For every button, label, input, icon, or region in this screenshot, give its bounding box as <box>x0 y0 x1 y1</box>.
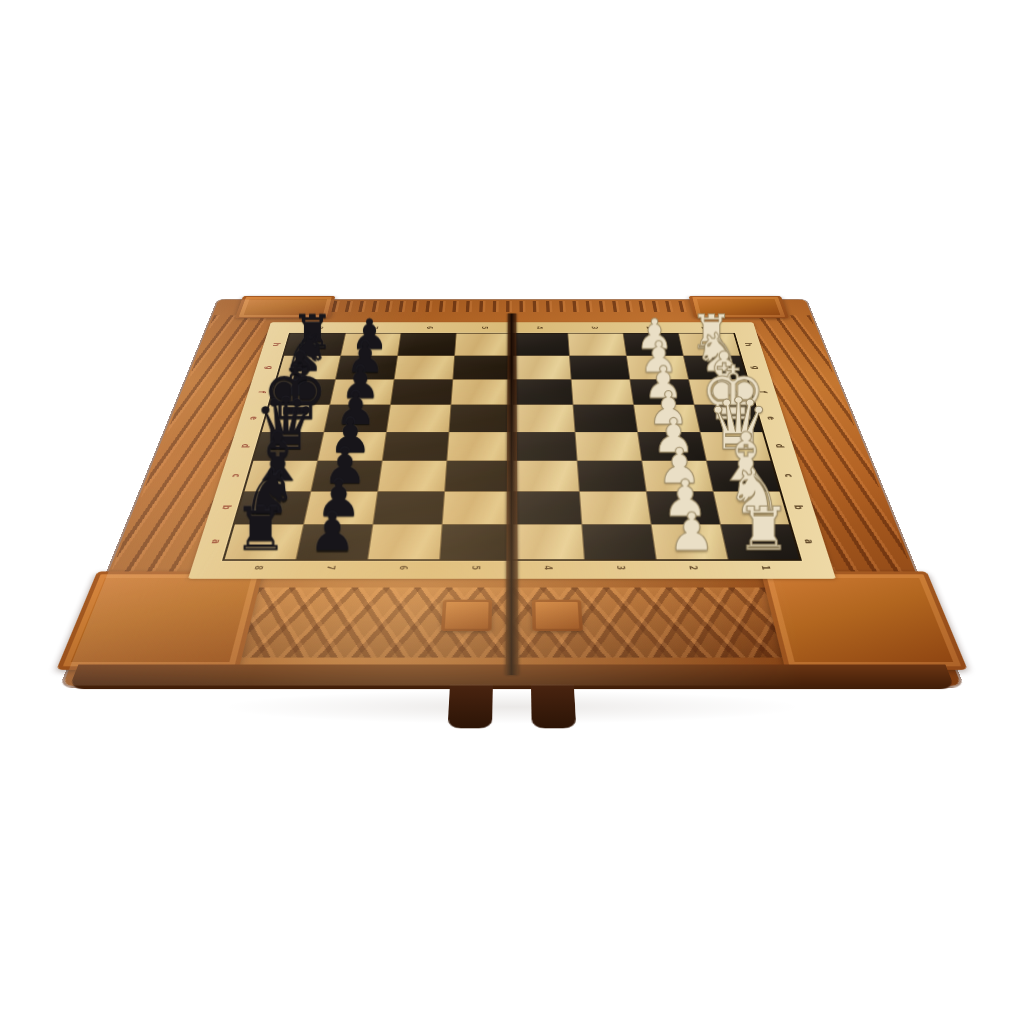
square-d6[interactable] <box>383 432 449 460</box>
label-rank-near-4: 4 <box>542 564 554 573</box>
square-e4[interactable] <box>512 405 574 431</box>
square-b3[interactable] <box>580 492 651 524</box>
square-g6[interactable] <box>395 356 455 379</box>
square-g4[interactable] <box>512 356 570 379</box>
front-right-corner-block <box>761 571 968 669</box>
square-e5[interactable] <box>450 405 512 431</box>
front-left-corner-block <box>56 571 263 669</box>
label-rank-far-2: 2 <box>645 325 654 330</box>
front-center-block-left <box>441 600 492 631</box>
square-d4[interactable] <box>512 432 576 460</box>
square-c5[interactable] <box>446 461 512 491</box>
label-file-right-a: a <box>802 537 816 545</box>
label-file-right-g: g <box>750 365 761 370</box>
square-g7[interactable] <box>336 356 397 379</box>
wooden-chess-case: hhggffeeddccbbaa8877665544332211 ♜♟♟♜♞♟♟… <box>62 300 961 686</box>
square-a5[interactable] <box>441 525 512 560</box>
label-rank-far-7: 7 <box>370 325 379 330</box>
label-rank-near-3: 3 <box>615 564 627 573</box>
square-g2[interactable] <box>627 356 688 379</box>
square-e6[interactable] <box>387 405 451 431</box>
square-b5[interactable] <box>443 492 511 524</box>
square-b4[interactable] <box>513 492 581 524</box>
floor-shadow <box>220 690 804 724</box>
square-h1[interactable] <box>679 334 740 356</box>
square-a6[interactable] <box>369 525 442 560</box>
piece-black-rook-a8[interactable]: ♜ <box>225 499 297 559</box>
square-f5[interactable] <box>452 380 512 405</box>
label-rank-far-1: 1 <box>699 325 709 330</box>
square-c3[interactable] <box>577 461 645 491</box>
square-f6[interactable] <box>391 380 453 405</box>
square-h2[interactable] <box>623 334 682 356</box>
square-f4[interactable] <box>512 380 572 405</box>
label-file-left-h: h <box>271 342 281 347</box>
square-h4[interactable] <box>512 334 568 356</box>
label-rank-far-8: 8 <box>315 325 325 330</box>
square-f3[interactable] <box>571 380 633 405</box>
square-f2[interactable] <box>630 380 693 405</box>
label-rank-far-3: 3 <box>590 325 599 330</box>
square-h8[interactable] <box>284 334 345 356</box>
square-c6[interactable] <box>379 461 447 491</box>
label-rank-near-7: 7 <box>324 564 337 573</box>
square-a4[interactable] <box>513 525 584 560</box>
label-rank-far-6: 6 <box>425 325 434 330</box>
square-g8[interactable] <box>277 356 340 379</box>
square-g3[interactable] <box>570 356 630 379</box>
piece-white-pawn-a2[interactable]: ♟ <box>656 506 728 559</box>
label-rank-near-2: 2 <box>687 564 700 573</box>
label-file-left-g: g <box>264 365 275 370</box>
label-rank-near-1: 1 <box>759 564 773 573</box>
square-d5[interactable] <box>448 432 512 460</box>
square-b6[interactable] <box>374 492 445 524</box>
product-photo-scene: hhggffeeddccbbaa8877665544332211 ♜♟♟♜♞♟♟… <box>0 0 1024 1024</box>
square-a3[interactable] <box>582 525 655 560</box>
label-rank-near-5: 5 <box>470 564 482 573</box>
case-foot-right <box>531 684 576 729</box>
square-h7[interactable] <box>341 334 400 356</box>
square-h3[interactable] <box>568 334 626 356</box>
label-rank-far-5: 5 <box>480 325 489 330</box>
square-d3[interactable] <box>575 432 641 460</box>
label-file-right-h: h <box>743 342 753 347</box>
label-rank-far-4: 4 <box>535 325 544 330</box>
piece-white-rook-a1[interactable]: ♜ <box>728 499 800 559</box>
label-file-left-a: a <box>209 537 223 545</box>
label-rank-near-6: 6 <box>397 564 409 573</box>
front-center-block-right <box>532 600 583 631</box>
square-g1[interactable] <box>684 356 747 379</box>
square-f7[interactable] <box>330 380 393 405</box>
label-rank-near-8: 8 <box>252 564 266 573</box>
square-e3[interactable] <box>573 405 637 431</box>
square-c4[interactable] <box>513 461 579 491</box>
piece-black-pawn-a7[interactable]: ♟ <box>296 506 368 559</box>
case-foot-left <box>448 684 493 729</box>
square-h6[interactable] <box>398 334 456 356</box>
square-h5[interactable] <box>455 334 511 356</box>
square-g5[interactable] <box>454 356 512 379</box>
